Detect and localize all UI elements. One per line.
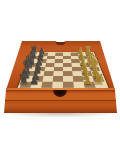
drawer-seam bbox=[5, 100, 116, 101]
chess-box-photo: ♜♞♝♛♚♝♞♜♟♟♟♟♟♟♟♟♟♟♟♟♟♟♟♟♜♞♝♛♚♝♞♜ bbox=[0, 0, 120, 144]
back-finger-notch-shadow bbox=[56, 42, 65, 45]
board-square bbox=[52, 82, 63, 88]
board-square bbox=[63, 82, 74, 88]
chess-board bbox=[17, 52, 109, 89]
board-square bbox=[94, 82, 107, 88]
board-square bbox=[41, 82, 52, 88]
